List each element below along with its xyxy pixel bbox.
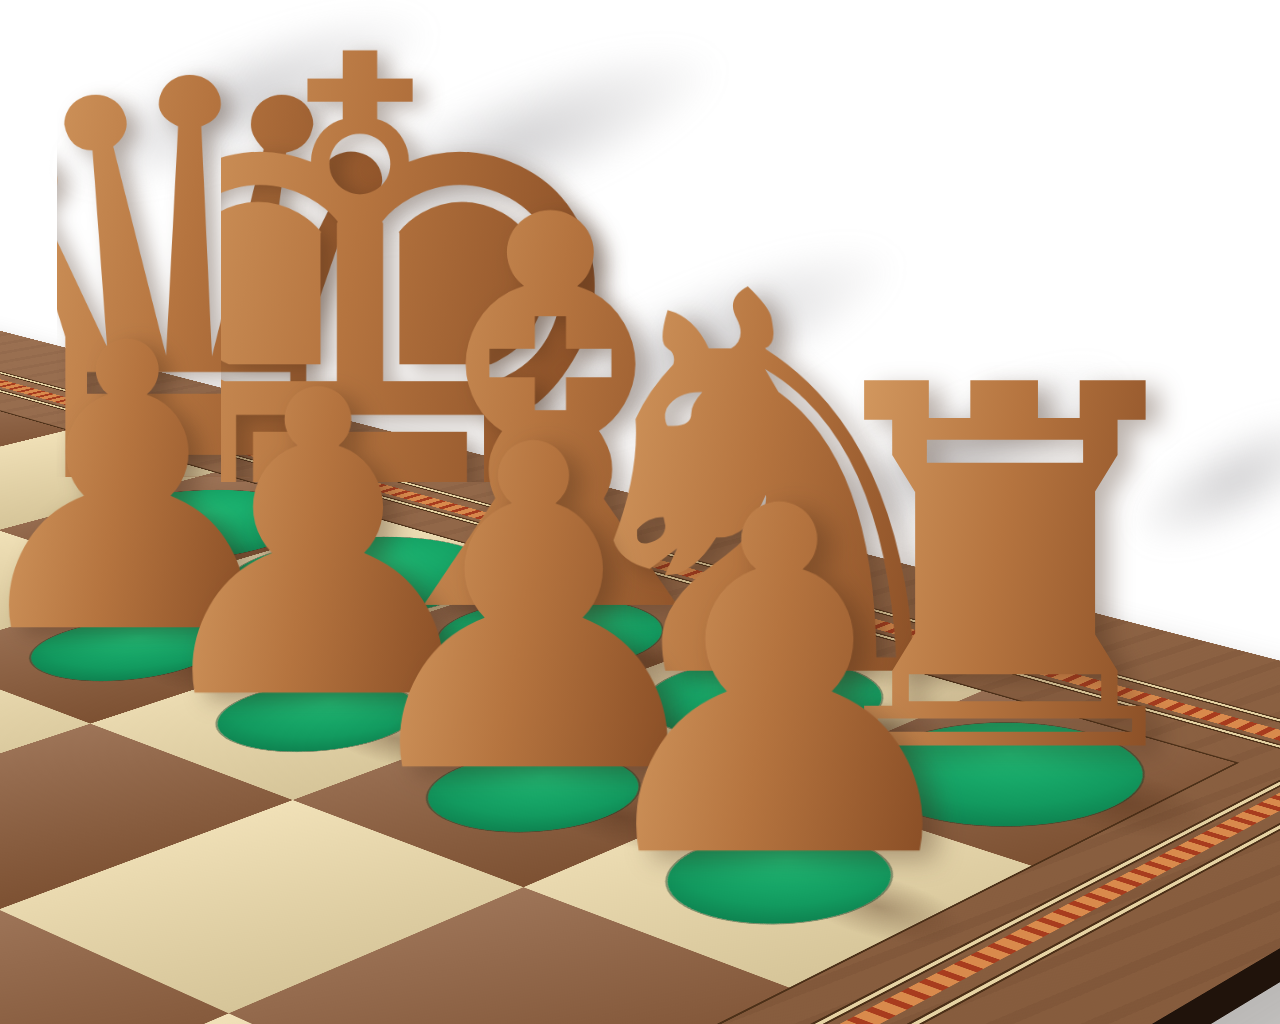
backdrop-shadow-streak-3 [480,205,920,485]
scene: ♛♚♟♝♟♞♟♜♟ [0,0,1280,1024]
backdrop-shadow-streak-1 [39,0,451,226]
backdrop-shadow-streak-5 [1112,386,1280,573]
backdrop-shadow-streak-2 [289,7,742,283]
chess-board: ♛♚♟♝♟♞♟♜♟ [0,298,1280,1024]
